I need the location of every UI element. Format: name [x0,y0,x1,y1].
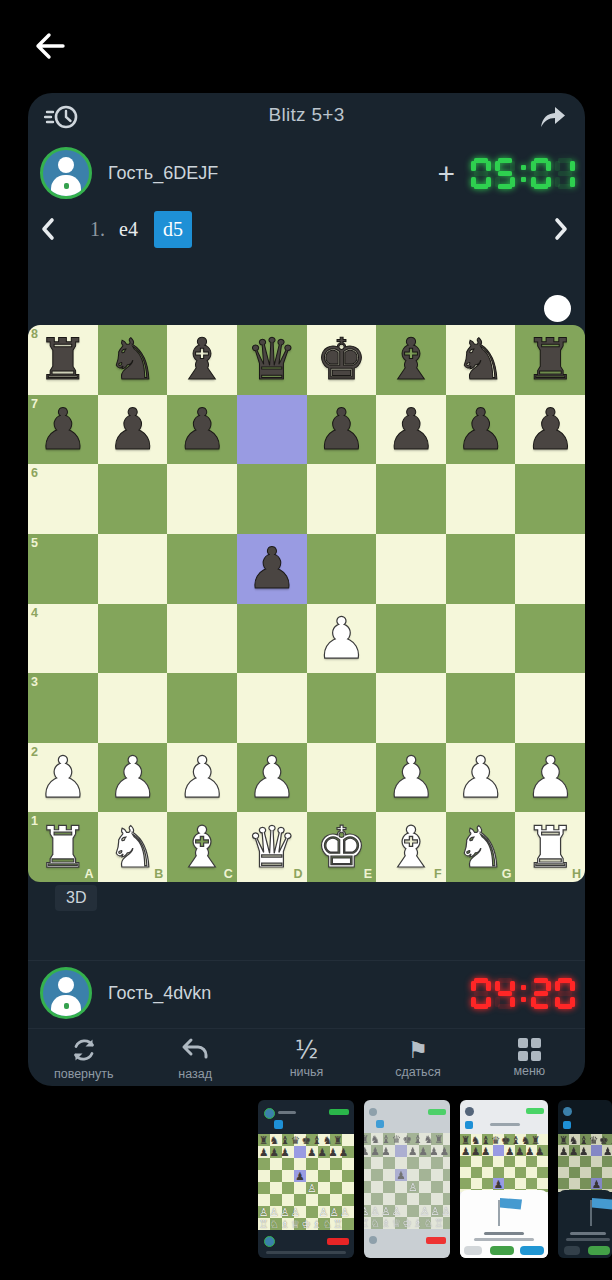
flip-board-label: повернуть [54,1067,114,1081]
chevron-left-icon [40,217,56,241]
square-d6[interactable] [237,464,307,534]
undo-arrow-icon [180,1036,210,1064]
square-a6[interactable]: 6 [28,464,98,534]
square-d2[interactable]: ♟ [237,743,307,813]
square-f4[interactable] [376,604,446,674]
square-h3[interactable] [515,673,585,743]
move-white-san[interactable]: e4 [119,218,138,241]
square-a3[interactable]: 3 [28,673,98,743]
mini-board: ♜♞♝♛♚♝♞♜ ♟♟♟ ♟♟♟♟ ♟ ♙ ♙♙♙♙ ♙♙♙ ♖♘♗♕♔♗♘♖ [258,1134,354,1230]
white-bishop-piece: ♝ [385,819,436,876]
rank-label: 6 [31,466,38,480]
square-c3[interactable] [167,673,237,743]
white-pawn-piece: ♟ [107,749,158,806]
white-pawn-piece: ♟ [525,749,576,806]
square-a8[interactable]: 8♜ [28,325,98,395]
rank-label: 4 [31,606,38,620]
side-to-move-indicator [544,295,571,322]
white-pawn-piece: ♟ [37,749,88,806]
square-g5[interactable] [446,534,516,604]
move-number: 1. [90,218,105,241]
rotate-icon [70,1036,98,1064]
menu-button[interactable]: меню [474,1029,585,1086]
rank-label: 1 [31,814,38,828]
white-pawn-piece: ♟ [385,749,436,806]
square-a7[interactable]: 7♟ [28,395,98,465]
black-pawn-piece: ♟ [525,401,576,458]
chess-board: 8♜♞♝♛♚♝♞♜7♟♟♟♟♟♟♟65♟4♟32♟♟♟♟♟♟♟1A♜B♞C♝D♛… [28,325,585,882]
black-bishop-piece: ♝ [385,331,436,388]
move-list-bar: 1. e4 d5 [28,207,585,251]
square-c8[interactable]: ♝ [167,325,237,395]
square-c7[interactable]: ♟ [167,395,237,465]
offer-draw-button[interactable]: ½ ничья [251,1029,362,1086]
square-h2[interactable]: ♟ [515,743,585,813]
white-rook-piece: ♜ [37,819,88,876]
square-c2[interactable]: ♟ [167,743,237,813]
game-toolbar: повернуть назад ½ ничья ⚑ сдаться меню [28,1028,585,1086]
square-d5[interactable]: ♟ [237,534,307,604]
square-a5[interactable]: 5 [28,534,98,604]
square-g2[interactable]: ♟ [446,743,516,813]
black-king-piece: ♚ [316,331,367,388]
resign-label: сдаться [395,1065,440,1079]
game-header: Blitz 5+3 [28,93,585,141]
file-label: H [572,867,581,881]
square-e5[interactable] [307,534,377,604]
white-bishop-piece: ♝ [177,819,228,876]
square-g6[interactable] [446,464,516,534]
file-label: E [364,867,372,881]
square-f2[interactable]: ♟ [376,743,446,813]
square-b3[interactable] [98,673,168,743]
avatar-badge [64,183,69,189]
white-knight-piece: ♞ [107,819,158,876]
square-h4[interactable] [515,604,585,674]
file-label: C [224,867,233,881]
square-h5[interactable] [515,534,585,604]
square-e2[interactable] [307,743,377,813]
player-row-bottom: Гость_4dvkn [28,960,585,1029]
menu-label: меню [513,1064,545,1078]
resign-button[interactable]: ⚑ сдаться [362,1029,473,1086]
game-card: Blitz 5+3 Гость_6DEJF + [28,93,585,1086]
prev-move-button[interactable] [28,207,68,251]
avatar-bottom[interactable] [40,967,92,1019]
square-a1[interactable]: 1A♜ [28,812,98,882]
square-d7[interactable] [237,395,307,465]
white-rook-piece: ♜ [525,819,576,876]
square-b6[interactable] [98,464,168,534]
square-e7[interactable]: ♟ [307,395,377,465]
black-pawn-piece: ♟ [37,401,88,458]
black-pawn-piece: ♟ [316,401,367,458]
screenshot-thumbnail-2[interactable]: ♜♞♝♛♚♝♞♜ ♟♟♟ ♟♟♟♟ ♟ ♙ ♙♙♙♙ ♙♙♙ ♖♘♗♕♔♗♘♖ [364,1100,450,1258]
rank-label: 2 [31,745,38,759]
square-g7[interactable]: ♟ [446,395,516,465]
clock-bottom [471,978,575,1009]
white-pawn-piece: ♟ [455,749,506,806]
square-b8[interactable]: ♞ [98,325,168,395]
avatar-top[interactable] [40,147,92,199]
resign-dialog-preview-dark [558,1190,612,1258]
square-f3[interactable] [376,673,446,743]
file-label: F [434,867,442,881]
white-king-piece: ♚ [316,819,367,876]
square-f7[interactable]: ♟ [376,395,446,465]
mini-board: ♜♞♝♛♚♝♞♜ ♟♟♟ ♟♟♟♟ ♟ [460,1134,548,1192]
square-e1[interactable]: E♚ [307,812,377,882]
takeback-button[interactable]: назад [139,1029,250,1086]
square-g4[interactable] [446,604,516,674]
black-pawn-piece: ♟ [246,540,297,597]
file-label: G [502,867,512,881]
back-arrow-icon [33,31,67,61]
clock-top [471,158,575,189]
file-label: D [293,867,302,881]
white-pawn-piece: ♟ [246,749,297,806]
flip-board-button[interactable]: повернуть [28,1029,139,1086]
black-queen-piece: ♛ [246,331,297,388]
square-b5[interactable] [98,534,168,604]
share-icon [535,101,569,133]
square-e6[interactable] [307,464,377,534]
square-e4[interactable]: ♟ [307,604,377,674]
takeback-label: назад [178,1067,212,1081]
square-c6[interactable] [167,464,237,534]
screenshot-thumbnail-3[interactable]: ♜♞♝♛♚♝♞♜ ♟♟♟ ♟♟♟♟ ♟ [460,1100,548,1258]
game-title: Blitz 5+3 [28,104,585,126]
square-f6[interactable] [376,464,446,534]
next-move-button[interactable] [541,207,581,251]
move-black-san-selected[interactable]: d5 [154,211,192,248]
square-f5[interactable] [376,534,446,604]
black-pawn-piece: ♟ [177,401,228,458]
white-queen-piece: ♛ [246,819,297,876]
black-pawn-piece: ♟ [385,401,436,458]
white-knight-piece: ♞ [455,819,506,876]
square-d8[interactable]: ♛ [237,325,307,395]
square-h1[interactable]: H♜ [515,812,585,882]
resign-dialog-preview [460,1190,548,1258]
square-h6[interactable] [515,464,585,534]
white-pawn-piece: ♟ [177,749,228,806]
screenshot-editor-stage: Blitz 5+3 Гость_6DEJF + [0,0,612,1280]
rank-label: 8 [31,327,38,341]
square-e8[interactable]: ♚ [307,325,377,395]
square-b4[interactable] [98,604,168,674]
square-f8[interactable]: ♝ [376,325,446,395]
player-row-top: Гость_6DEJF + [28,141,585,207]
square-a4[interactable]: 4 [28,604,98,674]
avatar-head [58,157,74,173]
square-b2[interactable]: ♟ [98,743,168,813]
square-h8[interactable]: ♜ [515,325,585,395]
half-point-icon: ½ [295,1038,318,1062]
flag-icon: ⚑ [408,1038,429,1062]
square-h7[interactable]: ♟ [515,395,585,465]
player-name-top: Гость_6DEJF [108,163,218,184]
black-rook-piece: ♜ [37,331,88,388]
square-g3[interactable] [446,673,516,743]
file-label: B [154,867,163,881]
square-c5[interactable] [167,534,237,604]
black-pawn-piece: ♟ [455,401,506,458]
offer-draw-label: ничья [290,1065,324,1079]
black-pawn-piece: ♟ [107,401,158,458]
black-knight-piece: ♞ [455,331,506,388]
player-name-bottom: Гость_4dvkn [108,983,211,1004]
square-c1[interactable]: C♝ [167,812,237,882]
square-d3[interactable] [237,673,307,743]
mini-board: ♜♞♝♛♚♝♞♜ ♟♟♟ ♟♟♟♟ ♟ [558,1134,612,1192]
black-knight-piece: ♞ [107,331,158,388]
black-bishop-piece: ♝ [177,331,228,388]
square-b1[interactable]: B♞ [98,812,168,882]
square-g8[interactable]: ♞ [446,325,516,395]
avatar-head [58,977,74,993]
square-g1[interactable]: G♞ [446,812,516,882]
square-a2[interactable]: 2♟ [28,743,98,813]
add-time-button[interactable]: + [437,159,455,189]
rank-label: 7 [31,397,38,411]
black-rook-piece: ♜ [525,331,576,388]
screenshot-thumbnail-4[interactable]: ♜♞♝♛♚♝♞♜ ♟♟♟ ♟♟♟♟ ♟ [558,1100,612,1258]
chevron-right-icon [553,217,569,241]
back-button[interactable] [28,24,72,68]
square-e3[interactable] [307,673,377,743]
rank-label: 3 [31,675,38,689]
rank-label: 5 [31,536,38,550]
screenshot-thumbnail-1[interactable]: ♜♞♝♛♚♝♞♜ ♟♟♟ ♟♟♟♟ ♟ ♙ ♙♙♙♙ ♙♙♙ ♖♘♗♕♔♗♘♖ [258,1100,354,1258]
square-c4[interactable] [167,604,237,674]
square-d4[interactable] [237,604,307,674]
square-f1[interactable]: F♝ [376,812,446,882]
file-label: A [85,867,94,881]
avatar-badge [64,1003,69,1009]
grid-menu-icon [518,1038,541,1061]
view-3d-button[interactable]: 3D [55,885,97,911]
square-d1[interactable]: D♛ [237,812,307,882]
share-button[interactable] [535,101,569,133]
white-pawn-piece: ♟ [316,610,367,667]
square-b7[interactable]: ♟ [98,395,168,465]
mini-board: ♜♞♝♛♚♝♞♜ ♟♟♟ ♟♟♟♟ ♟ ♙ ♙♙♙♙ ♙♙♙ ♖♘♗♕♔♗♘♖ [364,1133,450,1229]
